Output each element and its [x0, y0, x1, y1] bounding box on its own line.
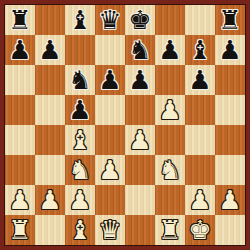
square-e8[interactable]: ♚	[125, 5, 155, 35]
square-d7[interactable]	[95, 35, 125, 65]
white-rook-piece: ♜	[158, 215, 181, 245]
white-pawn-piece: ♟	[68, 185, 91, 215]
white-pawn-piece: ♟	[128, 125, 151, 155]
square-b4[interactable]	[35, 125, 65, 155]
square-f8[interactable]	[155, 5, 185, 35]
black-pawn-piece: ♟	[218, 35, 241, 65]
black-pawn-piece: ♟	[68, 95, 91, 125]
black-pawn-piece: ♟	[98, 65, 121, 95]
square-f5[interactable]: ♟	[155, 95, 185, 125]
black-pawn-piece: ♟	[158, 35, 181, 65]
square-e7[interactable]: ♞	[125, 35, 155, 65]
square-g2[interactable]: ♟	[185, 185, 215, 215]
square-h6[interactable]	[215, 65, 245, 95]
square-g6[interactable]: ♟	[185, 65, 215, 95]
black-king-piece: ♚	[128, 5, 151, 35]
square-g4[interactable]	[185, 125, 215, 155]
square-d4[interactable]	[95, 125, 125, 155]
square-a7[interactable]: ♟	[5, 35, 35, 65]
square-h5[interactable]	[215, 95, 245, 125]
white-bishop-piece: ♝	[68, 125, 91, 155]
square-h4[interactable]	[215, 125, 245, 155]
white-pawn-piece: ♟	[158, 95, 181, 125]
square-h3[interactable]	[215, 155, 245, 185]
chess-board: ♜♝♛♚♜♟♟♞♟♝♟♞♟♟♟♟♟♝♟♞♟♞♟♟♟♟♟♜♝♛♜♚	[5, 5, 245, 245]
square-d2[interactable]	[95, 185, 125, 215]
square-f6[interactable]	[155, 65, 185, 95]
square-b3[interactable]	[35, 155, 65, 185]
square-f7[interactable]: ♟	[155, 35, 185, 65]
square-a3[interactable]	[5, 155, 35, 185]
black-pawn-piece: ♟	[128, 65, 151, 95]
square-c3[interactable]: ♞	[65, 155, 95, 185]
black-bishop-piece: ♝	[188, 35, 211, 65]
square-g8[interactable]	[185, 5, 215, 35]
black-knight-piece: ♞	[128, 35, 151, 65]
square-c5[interactable]: ♟	[65, 95, 95, 125]
white-knight-piece: ♞	[68, 155, 91, 185]
square-d6[interactable]: ♟	[95, 65, 125, 95]
square-d5[interactable]	[95, 95, 125, 125]
square-h8[interactable]: ♜	[215, 5, 245, 35]
square-f3[interactable]: ♞	[155, 155, 185, 185]
square-d1[interactable]: ♛	[95, 215, 125, 245]
white-pawn-piece: ♟	[188, 185, 211, 215]
square-e3[interactable]	[125, 155, 155, 185]
chess-board-frame: ♜♝♛♚♜♟♟♞♟♝♟♞♟♟♟♟♟♝♟♞♟♞♟♟♟♟♟♜♝♛♜♚	[0, 0, 250, 250]
white-knight-piece: ♞	[158, 155, 181, 185]
square-b8[interactable]	[35, 5, 65, 35]
black-queen-piece: ♛	[98, 5, 121, 35]
square-c8[interactable]: ♝	[65, 5, 95, 35]
square-h7[interactable]: ♟	[215, 35, 245, 65]
square-c1[interactable]: ♝	[65, 215, 95, 245]
square-g1[interactable]: ♚	[185, 215, 215, 245]
square-f4[interactable]	[155, 125, 185, 155]
square-e2[interactable]	[125, 185, 155, 215]
square-f1[interactable]: ♜	[155, 215, 185, 245]
square-e6[interactable]: ♟	[125, 65, 155, 95]
square-g5[interactable]	[185, 95, 215, 125]
square-b6[interactable]	[35, 65, 65, 95]
black-bishop-piece: ♝	[68, 5, 91, 35]
square-a5[interactable]	[5, 95, 35, 125]
square-d3[interactable]: ♟	[95, 155, 125, 185]
square-e4[interactable]: ♟	[125, 125, 155, 155]
square-c2[interactable]: ♟	[65, 185, 95, 215]
square-g7[interactable]: ♝	[185, 35, 215, 65]
black-pawn-piece: ♟	[188, 65, 211, 95]
square-a8[interactable]: ♜	[5, 5, 35, 35]
square-b1[interactable]	[35, 215, 65, 245]
white-rook-piece: ♜	[8, 215, 31, 245]
black-rook-piece: ♜	[8, 5, 31, 35]
square-g3[interactable]	[185, 155, 215, 185]
white-pawn-piece: ♟	[218, 185, 241, 215]
black-pawn-piece: ♟	[8, 35, 31, 65]
black-rook-piece: ♜	[218, 5, 241, 35]
black-pawn-piece: ♟	[38, 35, 61, 65]
white-bishop-piece: ♝	[68, 215, 91, 245]
square-c4[interactable]: ♝	[65, 125, 95, 155]
square-a4[interactable]	[5, 125, 35, 155]
square-c6[interactable]: ♞	[65, 65, 95, 95]
square-b2[interactable]: ♟	[35, 185, 65, 215]
square-d8[interactable]: ♛	[95, 5, 125, 35]
white-pawn-piece: ♟	[38, 185, 61, 215]
square-b7[interactable]: ♟	[35, 35, 65, 65]
white-pawn-piece: ♟	[98, 155, 121, 185]
square-f2[interactable]	[155, 185, 185, 215]
square-a2[interactable]: ♟	[5, 185, 35, 215]
square-h2[interactable]: ♟	[215, 185, 245, 215]
square-a6[interactable]	[5, 65, 35, 95]
white-king-piece: ♚	[188, 215, 211, 245]
white-pawn-piece: ♟	[8, 185, 31, 215]
square-e5[interactable]	[125, 95, 155, 125]
black-knight-piece: ♞	[68, 65, 91, 95]
square-b5[interactable]	[35, 95, 65, 125]
square-e1[interactable]	[125, 215, 155, 245]
square-c7[interactable]	[65, 35, 95, 65]
white-queen-piece: ♛	[98, 215, 121, 245]
square-h1[interactable]	[215, 215, 245, 245]
square-a1[interactable]: ♜	[5, 215, 35, 245]
